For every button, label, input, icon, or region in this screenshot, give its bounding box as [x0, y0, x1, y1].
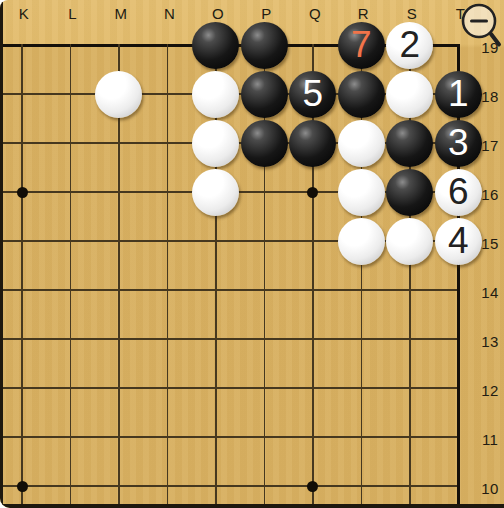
panel-left-edge	[0, 0, 3, 508]
stone-black-T17: 3	[435, 120, 482, 167]
stone-black-Q18: 5	[289, 71, 336, 118]
stone-white-S19: 2	[386, 22, 433, 69]
stone-white-O18	[192, 71, 239, 118]
stone-black-R19: 7	[338, 22, 385, 69]
stone-black-T18: 1	[435, 71, 482, 118]
move-number-1: 1	[448, 75, 469, 112]
stone-black-P18	[241, 71, 288, 118]
stone-white-S18	[386, 71, 433, 118]
move-number-7: 7	[351, 26, 372, 63]
go-board-viewer: KLMNOPQRST19181716151413121110 7251364	[0, 0, 504, 508]
stone-white-T16: 6	[435, 169, 482, 216]
stone-black-P17	[241, 120, 288, 167]
stone-layer: 7251364	[0, 0, 504, 508]
move-number-2: 2	[400, 26, 421, 63]
move-number-6: 6	[448, 173, 469, 210]
stone-white-R17	[338, 120, 385, 167]
stone-black-R18	[338, 71, 385, 118]
stone-black-Q17	[289, 120, 336, 167]
stone-black-O19	[192, 22, 239, 69]
move-number-4: 4	[448, 222, 469, 259]
stone-white-S15	[386, 218, 433, 265]
stone-black-S17	[386, 120, 433, 167]
move-number-3: 3	[448, 124, 469, 161]
stone-black-S16	[386, 169, 433, 216]
zoom-out-icon[interactable]	[448, 0, 504, 56]
stone-white-R16	[338, 169, 385, 216]
stone-white-T15: 4	[435, 218, 482, 265]
stone-white-O17	[192, 120, 239, 167]
stone-black-P19	[241, 22, 288, 69]
stone-white-M18	[95, 71, 142, 118]
panel-bottom-edge	[0, 504, 504, 508]
stone-white-R15	[338, 218, 385, 265]
move-number-5: 5	[303, 75, 324, 112]
stone-white-O16	[192, 169, 239, 216]
